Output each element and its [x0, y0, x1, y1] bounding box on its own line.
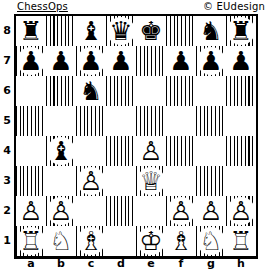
square-c6: ♞ — [76, 76, 106, 106]
square-b1: ♘ — [46, 226, 76, 256]
chessops-link[interactable]: ChessOps — [17, 0, 68, 13]
square-c7: ♟ — [76, 46, 106, 76]
square-a8: ♜ — [16, 16, 46, 46]
square-g2: ♙ — [196, 196, 226, 226]
file-labels: abcdefgh — [16, 257, 256, 270]
square-d3 — [106, 166, 136, 196]
square-g3 — [196, 166, 226, 196]
square-a3 — [16, 166, 46, 196]
black-pawn-a7: ♟ — [17, 47, 45, 75]
white-pawn-h2: ♙ — [227, 197, 255, 225]
square-c3: ♙ — [76, 166, 106, 196]
square-c8: ♝ — [76, 16, 106, 46]
square-b4: ♝ — [46, 136, 76, 166]
white-pawn-e4: ♙ — [137, 137, 165, 165]
square-f4 — [166, 136, 196, 166]
file-label-d: d — [106, 257, 136, 270]
square-g8: ♞ — [196, 16, 226, 46]
black-bishop-b4: ♝ — [47, 137, 75, 165]
square-a5 — [16, 106, 46, 136]
white-pawn-g2: ♙ — [197, 197, 225, 225]
square-g1: ♘ — [196, 226, 226, 256]
black-bishop-c8: ♝ — [77, 17, 105, 45]
rank-label-8: 8 — [0, 16, 14, 46]
rank-labels: 87654321 — [0, 16, 14, 256]
rank-label-7: 7 — [0, 46, 14, 76]
white-bishop-f1: ♗ — [167, 227, 195, 255]
white-knight-b1: ♘ — [47, 227, 75, 255]
square-e6 — [136, 76, 166, 106]
square-h6 — [226, 76, 256, 106]
file-label-g: g — [196, 257, 226, 270]
square-d1 — [106, 226, 136, 256]
file-label-b: b — [46, 257, 76, 270]
square-b7: ♟ — [46, 46, 76, 76]
rank-label-2: 2 — [0, 196, 14, 226]
white-rook-h1: ♖ — [227, 227, 255, 255]
white-king-e1: ♔ — [137, 227, 165, 255]
file-label-a: a — [16, 257, 46, 270]
square-f7: ♟ — [166, 46, 196, 76]
square-e4: ♙ — [136, 136, 166, 166]
white-knight-g1: ♘ — [197, 227, 225, 255]
header: ChessOps © EUdesign — [0, 0, 270, 14]
square-c1: ♗ — [76, 226, 106, 256]
black-rook-h8: ♜ — [227, 17, 255, 45]
black-king-e8: ♚ — [137, 17, 165, 45]
board-frame: ♜♝♛♚♞♜♟♟♟♟♟♟♟♞♝♙♙♕♙♙♙♙♙♖♘♗♔♗♘♖ — [14, 14, 258, 259]
square-g4 — [196, 136, 226, 166]
square-e5 — [136, 106, 166, 136]
black-pawn-d7: ♟ — [107, 47, 135, 75]
black-pawn-g7: ♟ — [197, 47, 225, 75]
page: ChessOps © EUdesign 87654321 ♜♝♛♚♞♜♟♟♟♟♟… — [0, 0, 270, 270]
square-d7: ♟ — [106, 46, 136, 76]
file-label-e: e — [136, 257, 166, 270]
rank-label-3: 3 — [0, 166, 14, 196]
square-e7 — [136, 46, 166, 76]
square-g5 — [196, 106, 226, 136]
square-e2 — [136, 196, 166, 226]
square-c5 — [76, 106, 106, 136]
white-bishop-c1: ♗ — [77, 227, 105, 255]
white-pawn-b2: ♙ — [47, 197, 75, 225]
black-knight-c6: ♞ — [77, 77, 105, 105]
square-f3 — [166, 166, 196, 196]
square-g6 — [196, 76, 226, 106]
square-d4 — [106, 136, 136, 166]
square-a7: ♟ — [16, 46, 46, 76]
black-knight-g8: ♞ — [197, 17, 225, 45]
square-f1: ♗ — [166, 226, 196, 256]
square-b2: ♙ — [46, 196, 76, 226]
copyright-label: © EUdesign — [203, 0, 265, 13]
square-h8: ♜ — [226, 16, 256, 46]
square-f5 — [166, 106, 196, 136]
square-h7: ♟ — [226, 46, 256, 76]
square-d8: ♛ — [106, 16, 136, 46]
rank-label-5: 5 — [0, 106, 14, 136]
chess-board: ♜♝♛♚♞♜♟♟♟♟♟♟♟♞♝♙♙♕♙♙♙♙♙♖♘♗♔♗♘♖ — [16, 16, 256, 256]
square-d5 — [106, 106, 136, 136]
square-h3 — [226, 166, 256, 196]
square-b8 — [46, 16, 76, 46]
square-g7: ♟ — [196, 46, 226, 76]
square-f2: ♙ — [166, 196, 196, 226]
file-label-f: f — [166, 257, 196, 270]
square-a1: ♖ — [16, 226, 46, 256]
black-pawn-c7: ♟ — [77, 47, 105, 75]
square-f6 — [166, 76, 196, 106]
square-b3 — [46, 166, 76, 196]
square-d6 — [106, 76, 136, 106]
white-pawn-c3: ♙ — [77, 167, 105, 195]
square-a4 — [16, 136, 46, 166]
white-rook-a1: ♖ — [17, 227, 45, 255]
square-a6 — [16, 76, 46, 106]
white-pawn-a2: ♙ — [17, 197, 45, 225]
black-rook-a8: ♜ — [17, 17, 45, 45]
black-pawn-f7: ♟ — [167, 47, 195, 75]
rank-label-1: 1 — [0, 226, 14, 256]
square-e1: ♔ — [136, 226, 166, 256]
rank-label-6: 6 — [0, 76, 14, 106]
file-label-h: h — [226, 257, 256, 270]
square-e3: ♕ — [136, 166, 166, 196]
square-f8 — [166, 16, 196, 46]
square-b6 — [46, 76, 76, 106]
white-queen-e3: ♕ — [137, 167, 165, 195]
square-c2 — [76, 196, 106, 226]
rank-label-4: 4 — [0, 136, 14, 166]
square-h1: ♖ — [226, 226, 256, 256]
white-pawn-f2: ♙ — [167, 197, 195, 225]
black-queen-d8: ♛ — [107, 17, 135, 45]
square-d2 — [106, 196, 136, 226]
square-c4 — [76, 136, 106, 166]
square-b5 — [46, 106, 76, 136]
square-h5 — [226, 106, 256, 136]
black-pawn-h7: ♟ — [227, 47, 255, 75]
square-a2: ♙ — [16, 196, 46, 226]
square-h4 — [226, 136, 256, 166]
file-label-c: c — [76, 257, 106, 270]
black-pawn-b7: ♟ — [47, 47, 75, 75]
square-e8: ♚ — [136, 16, 166, 46]
square-h2: ♙ — [226, 196, 256, 226]
